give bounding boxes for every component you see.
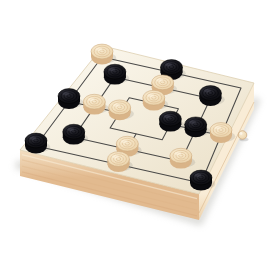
piece-sheen bbox=[121, 140, 128, 143]
piece-sheen bbox=[67, 128, 74, 131]
piece-sheen bbox=[204, 89, 211, 92]
piece-sheen bbox=[215, 126, 222, 129]
piece-natural-a7[interactable] bbox=[91, 44, 116, 64]
morris-board-scene bbox=[0, 0, 275, 275]
piece-sheen bbox=[30, 137, 37, 140]
piece-sheen bbox=[109, 68, 116, 71]
piece-sheen bbox=[156, 78, 163, 81]
piece-sheen bbox=[96, 48, 103, 51]
drawer-knob[interactable] bbox=[238, 131, 247, 140]
piece-sheen bbox=[165, 63, 172, 66]
piece-sheen bbox=[175, 152, 182, 155]
piece-sheen bbox=[195, 174, 202, 177]
piece-sheen bbox=[112, 155, 119, 158]
piece-sheen bbox=[164, 115, 171, 118]
piece-sheen bbox=[88, 98, 95, 101]
piece-sheen bbox=[113, 103, 120, 106]
piece-sheen bbox=[148, 94, 155, 97]
piece-sheen bbox=[189, 120, 196, 123]
knob-highlight bbox=[240, 132, 243, 135]
piece-sheen bbox=[63, 92, 70, 95]
product-photo bbox=[0, 0, 275, 275]
